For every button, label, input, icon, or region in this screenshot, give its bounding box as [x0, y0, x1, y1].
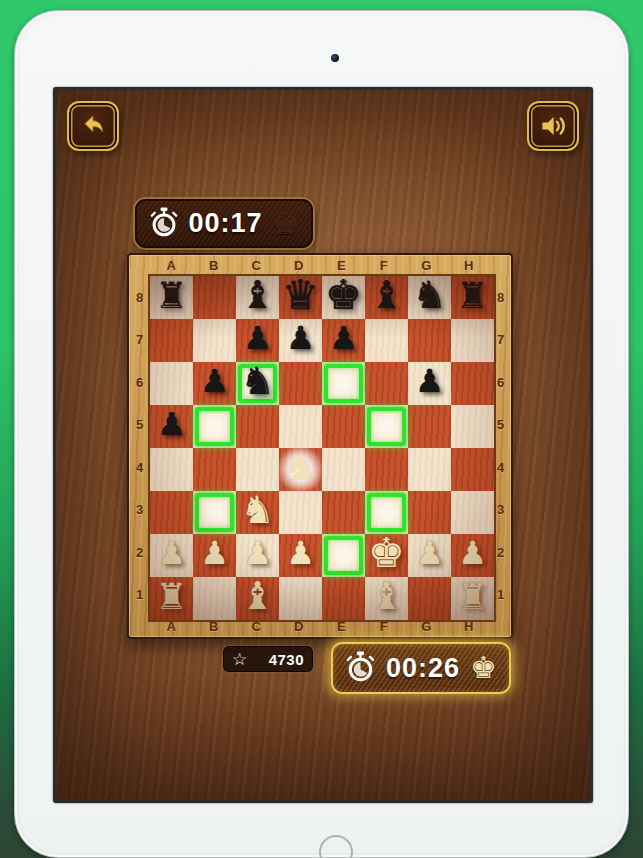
score-badge: ☆ 4730 — [223, 646, 313, 672]
piece-white-king[interactable]: ♚ — [365, 532, 408, 575]
square-b1[interactable] — [193, 577, 236, 620]
square-e1[interactable] — [322, 577, 365, 620]
square-a1[interactable]: ♜ — [150, 577, 193, 620]
piece-white-pawn[interactable]: ♟ — [150, 532, 193, 575]
square-a8[interactable]: ♜ — [150, 276, 193, 319]
square-h4[interactable] — [451, 448, 494, 491]
square-e8[interactable]: ♚ — [322, 276, 365, 319]
square-g5[interactable] — [408, 405, 451, 448]
square-h7[interactable] — [451, 319, 494, 362]
square-g8[interactable]: ♞ — [408, 276, 451, 319]
square-d2[interactable]: ♟ — [279, 534, 322, 577]
back-button[interactable] — [67, 101, 119, 151]
piece-white-bishop[interactable]: ♝ — [365, 575, 408, 618]
piece-black-pawn[interactable]: ♟ — [279, 317, 322, 360]
square-f5[interactable] — [365, 405, 408, 448]
piece-black-pawn[interactable]: ♟ — [193, 360, 236, 403]
board-frame: ABCDEFGH ABCDEFGH 87654321 87654321 ♜♝♛♚… — [127, 253, 513, 639]
rank-label: 1 — [129, 574, 150, 617]
square-h1[interactable]: ♜ — [451, 577, 494, 620]
square-e7[interactable]: ♟ — [322, 319, 365, 362]
square-c4[interactable] — [236, 448, 279, 491]
square-g6[interactable]: ♟ — [408, 362, 451, 405]
back-arrow-icon — [78, 111, 108, 141]
white-timer-panel: 00:26 ♚ — [331, 642, 511, 694]
square-e4[interactable] — [322, 448, 365, 491]
square-a3[interactable] — [150, 491, 193, 534]
square-f8[interactable]: ♝ — [365, 276, 408, 319]
piece-black-knight[interactable]: ♞ — [236, 360, 279, 403]
square-d4[interactable]: ♞ — [279, 448, 322, 491]
black-king-icon: ♚ — [272, 209, 299, 239]
square-g3[interactable] — [408, 491, 451, 534]
screenshot-stage: 00:17 ♚ ABCDEFGH ABCDEFGH 87654321 87654… — [0, 0, 643, 858]
square-a6[interactable] — [150, 362, 193, 405]
wood-background: 00:17 ♚ ABCDEFGH ABCDEFGH 87654321 87654… — [56, 90, 590, 800]
black-timer-panel: 00:17 ♚ — [135, 199, 313, 248]
square-g1[interactable] — [408, 577, 451, 620]
rank-label: 4 — [129, 446, 150, 489]
piece-black-bishop[interactable]: ♝ — [236, 274, 279, 317]
square-b5[interactable] — [193, 405, 236, 448]
white-king-icon: ♚ — [470, 653, 497, 683]
square-f6[interactable] — [365, 362, 408, 405]
app-screen: 00:17 ♚ ABCDEFGH ABCDEFGH 87654321 87654… — [53, 87, 593, 803]
square-f4[interactable] — [365, 448, 408, 491]
square-a5[interactable]: ♟ — [150, 405, 193, 448]
piece-black-pawn[interactable]: ♟ — [408, 360, 451, 403]
square-d3[interactable] — [279, 491, 322, 534]
rank-label: 6 — [129, 361, 150, 404]
rank-labels-left: 87654321 — [129, 276, 150, 616]
square-g2[interactable]: ♟ — [408, 534, 451, 577]
square-a2[interactable]: ♟ — [150, 534, 193, 577]
stopwatch-icon — [149, 207, 179, 241]
square-d6[interactable] — [279, 362, 322, 405]
square-c3[interactable]: ♞ — [236, 491, 279, 534]
square-c5[interactable] — [236, 405, 279, 448]
square-b7[interactable] — [193, 319, 236, 362]
star-icon: ☆ — [232, 651, 247, 668]
piece-white-bishop[interactable]: ♝ — [236, 575, 279, 618]
board: ♜♝♛♚♝♞♜♟♟♟♟♞♟♟♞♞♟♟♟♟♚♟♟♜♝♝♜ — [150, 276, 494, 620]
tablet-body: 00:17 ♚ ABCDEFGH ABCDEFGH 87654321 87654… — [14, 10, 629, 858]
black-time: 00:17 — [187, 208, 264, 239]
piece-black-pawn[interactable]: ♟ — [236, 317, 279, 360]
white-time: 00:26 — [384, 653, 462, 684]
square-e6[interactable] — [322, 362, 365, 405]
square-g4[interactable] — [408, 448, 451, 491]
piece-black-pawn[interactable]: ♟ — [150, 403, 193, 446]
square-e3[interactable] — [322, 491, 365, 534]
speaker-icon — [538, 111, 568, 141]
square-e5[interactable] — [322, 405, 365, 448]
rank-label: 2 — [129, 531, 150, 574]
piece-black-knight[interactable]: ♞ — [408, 274, 451, 317]
square-d7[interactable]: ♟ — [279, 319, 322, 362]
square-c2[interactable]: ♟ — [236, 534, 279, 577]
piece-white-pawn[interactable]: ♟ — [408, 532, 451, 575]
piece-black-bishop[interactable]: ♝ — [365, 274, 408, 317]
file-label: H — [448, 255, 491, 276]
square-b8[interactable] — [193, 276, 236, 319]
square-b6[interactable]: ♟ — [193, 362, 236, 405]
square-c1[interactable]: ♝ — [236, 577, 279, 620]
square-h3[interactable] — [451, 491, 494, 534]
piece-white-pawn[interactable]: ♟ — [193, 532, 236, 575]
file-label: B — [193, 255, 236, 276]
piece-white-pawn[interactable]: ♟ — [451, 532, 494, 575]
file-label: A — [150, 255, 193, 276]
piece-white-pawn[interactable]: ♟ — [279, 532, 322, 575]
square-f2[interactable]: ♚ — [365, 534, 408, 577]
sound-button[interactable] — [527, 101, 579, 151]
rank-label: 3 — [129, 489, 150, 532]
square-f1[interactable]: ♝ — [365, 577, 408, 620]
piece-black-pawn[interactable]: ♟ — [322, 317, 365, 360]
square-b2[interactable]: ♟ — [193, 534, 236, 577]
piece-white-rook[interactable]: ♜ — [150, 575, 193, 618]
square-h6[interactable] — [451, 362, 494, 405]
square-h8[interactable]: ♜ — [451, 276, 494, 319]
square-c6[interactable]: ♞ — [236, 362, 279, 405]
square-f3[interactable] — [365, 491, 408, 534]
piece-white-knight[interactable]: ♞ — [279, 446, 322, 489]
square-d8[interactable]: ♛ — [279, 276, 322, 319]
square-g7[interactable] — [408, 319, 451, 362]
square-c7[interactable]: ♟ — [236, 319, 279, 362]
home-button[interactable] — [319, 835, 353, 858]
camera-icon — [331, 54, 339, 62]
square-d5[interactable] — [279, 405, 322, 448]
rank-label: 5 — [129, 404, 150, 447]
stopwatch-icon — [345, 651, 376, 686]
square-d1[interactable] — [279, 577, 322, 620]
piece-black-rook[interactable]: ♜ — [451, 274, 494, 317]
piece-white-pawn[interactable]: ♟ — [236, 532, 279, 575]
square-b4[interactable] — [193, 448, 236, 491]
rank-label: 7 — [129, 319, 150, 362]
piece-black-rook[interactable]: ♜ — [150, 274, 193, 317]
piece-white-knight[interactable]: ♞ — [236, 489, 279, 532]
square-a4[interactable] — [150, 448, 193, 491]
square-h2[interactable]: ♟ — [451, 534, 494, 577]
rank-label: 8 — [129, 276, 150, 319]
square-a7[interactable] — [150, 319, 193, 362]
square-e2[interactable] — [322, 534, 365, 577]
score-value: 4730 — [253, 651, 304, 668]
square-b3[interactable] — [193, 491, 236, 534]
square-f7[interactable] — [365, 319, 408, 362]
piece-white-rook[interactable]: ♜ — [451, 575, 494, 618]
square-c8[interactable]: ♝ — [236, 276, 279, 319]
piece-black-king[interactable]: ♚ — [322, 274, 365, 317]
piece-black-queen[interactable]: ♛ — [279, 274, 322, 317]
square-h5[interactable] — [451, 405, 494, 448]
